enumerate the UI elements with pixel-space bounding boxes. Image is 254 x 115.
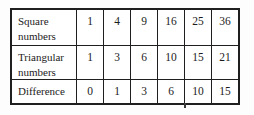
- square-value-5: 25: [185, 10, 211, 45]
- difference-value-2: 1: [104, 80, 130, 103]
- difference-value-6: 15: [212, 80, 238, 103]
- triangular-value-6: 21: [212, 46, 238, 79]
- square-value-4: 16: [158, 10, 184, 45]
- square-value-6: 36: [212, 10, 238, 45]
- difference-value-4: 6: [158, 80, 184, 103]
- difference-value-5: 10: [185, 80, 211, 103]
- triangular-value-2: 3: [104, 46, 130, 79]
- difference-value-1: 0: [77, 80, 103, 103]
- square-value-2: 4: [104, 10, 130, 45]
- triangular-value-3: 6: [131, 46, 157, 79]
- row-label-difference: Difference: [12, 80, 76, 103]
- number-pattern-table: Square numbers 1 4 9 16 25 36 Triangular…: [10, 8, 240, 105]
- square-value-3: 9: [131, 10, 157, 45]
- difference-value-3: 3: [131, 80, 157, 103]
- row-label-square-numbers: Square numbers: [12, 10, 76, 45]
- triangular-value-4: 10: [158, 46, 184, 79]
- page: Square numbers 1 4 9 16 25 36 Triangular…: [0, 0, 254, 115]
- row-label-triangular-numbers: Triangular numbers: [12, 46, 76, 79]
- triangular-value-5: 15: [185, 46, 211, 79]
- triangular-value-1: 1: [77, 46, 103, 79]
- square-value-1: 1: [77, 10, 103, 45]
- scan-artifact: [184, 103, 186, 108]
